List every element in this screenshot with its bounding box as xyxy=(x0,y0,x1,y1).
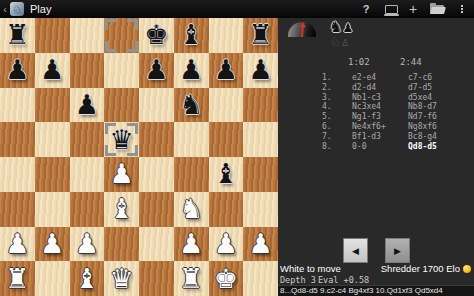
square-h5[interactable] xyxy=(243,122,278,157)
square-f7[interactable]: ♟ xyxy=(174,53,209,88)
last-move-marker xyxy=(127,19,138,30)
turn-indicator: White to move xyxy=(280,263,341,274)
last-move-marker xyxy=(105,19,116,30)
overflow-dot xyxy=(461,11,463,13)
square-a2[interactable]: ♟ xyxy=(0,227,35,262)
action-bar: ‹ ♘ Play ? + xyxy=(0,0,474,19)
black-move: Ng8xf6 xyxy=(408,122,474,132)
move-number: 4. xyxy=(322,102,352,112)
back-button[interactable]: ‹ xyxy=(1,1,9,17)
square-d8[interactable] xyxy=(104,18,139,53)
square-c6[interactable]: ♟ xyxy=(70,88,105,123)
square-b2[interactable]: ♟ xyxy=(35,227,70,262)
chess-board: ♜♚♝♜♟♟♟♟♟♟♟♞♛♟♝♝♞♟♟♟♟♟♟♜♝♛♜♚ xyxy=(0,18,278,296)
piece-white-bishop: ♝ xyxy=(110,192,134,226)
piece-white-king: ♚ xyxy=(214,262,238,296)
white-clock: 1:02 xyxy=(348,57,370,67)
engine-strength-label: Shredder 1700 Elo xyxy=(381,263,460,274)
overflow-dot xyxy=(461,5,463,7)
square-a8[interactable]: ♜ xyxy=(0,18,35,53)
piece-white-pawn: ♟ xyxy=(249,227,273,261)
gauge-needle xyxy=(301,26,304,37)
move-number: 3. xyxy=(322,93,352,103)
engine-line: 8...Qd8-d5 9.c2-c4 Bg4xf3 10.Qd1xf3 Qd5x… xyxy=(278,285,474,296)
monitor-glyph xyxy=(385,5,398,14)
move-number: 8. xyxy=(322,142,352,152)
folder-glyph xyxy=(430,5,444,14)
side-panel: ♞♟ ♘♙ 1:02 2:44 1.e2-e4c7-c62.d2-d4d7-d5… xyxy=(278,18,474,296)
help-icon[interactable]: ? xyxy=(360,0,372,18)
move-row[interactable]: 8.0-0Qd8-d5 xyxy=(278,142,474,152)
piece-white-pawn: ♟ xyxy=(75,227,99,261)
square-e7[interactable]: ♟ xyxy=(139,53,174,88)
play-screen: ‹ ♘ Play ? + ♜♚♝♜♟♟♟♟♟♟♟♞♛♟♝♝♞♟♟♟♟♟♟♜♝♛♜… xyxy=(0,0,474,296)
square-b5[interactable] xyxy=(35,122,70,157)
move-row[interactable]: 2.d2-d4d7-d5 xyxy=(278,83,474,93)
last-move-marker xyxy=(105,41,116,52)
next-move-button[interactable]: ▶ xyxy=(385,238,410,263)
square-g5[interactable] xyxy=(209,122,244,157)
piece-white-pawn: ♟ xyxy=(5,227,29,261)
square-g3[interactable] xyxy=(209,192,244,227)
square-e8[interactable]: ♚ xyxy=(139,18,174,53)
square-c5[interactable] xyxy=(70,122,105,157)
monitor-icon[interactable] xyxy=(384,0,399,18)
square-f4[interactable] xyxy=(174,157,209,192)
square-a5[interactable] xyxy=(0,122,35,157)
white-move: e2-e4 xyxy=(352,73,408,83)
square-d7[interactable] xyxy=(104,53,139,88)
square-e6[interactable] xyxy=(139,88,174,123)
piece-black-king: ♚ xyxy=(144,18,168,52)
white-move: Nc3xe4 xyxy=(352,102,408,112)
square-f1[interactable]: ♜ xyxy=(174,261,209,296)
search-depth: Depth 3 xyxy=(280,275,316,285)
piece-white-rook: ♜ xyxy=(5,262,29,296)
black-move: c7-c6 xyxy=(408,73,474,83)
square-e4[interactable] xyxy=(139,157,174,192)
square-c8[interactable] xyxy=(70,18,105,53)
square-g7[interactable]: ♟ xyxy=(209,53,244,88)
previous-move-button[interactable]: ◀ xyxy=(343,238,368,263)
square-f8[interactable]: ♝ xyxy=(174,18,209,53)
square-a1[interactable]: ♜ xyxy=(0,261,35,296)
move-row[interactable]: 5.Ng1-f3Nd7-f6 xyxy=(278,112,474,122)
square-b8[interactable] xyxy=(35,18,70,53)
square-h3[interactable] xyxy=(243,192,278,227)
square-f2[interactable]: ♟ xyxy=(174,227,209,262)
white-move: 0-0 xyxy=(352,142,408,152)
square-g4[interactable]: ♝ xyxy=(209,157,244,192)
move-row[interactable]: 3.Nb1-c3d5xe4 xyxy=(278,93,474,103)
square-h1[interactable] xyxy=(243,261,278,296)
piece-white-knight: ♞ xyxy=(179,192,203,226)
move-list: 1.e2-e4c7-c62.d2-d4d7-d53.Nb1-c3d5xe44.N… xyxy=(278,73,474,151)
elo-smiley-icon xyxy=(463,265,471,273)
piece-white-bishop: ♝ xyxy=(75,262,99,296)
move-number: 1. xyxy=(322,73,352,83)
white-move: Bf1-d3 xyxy=(352,132,408,142)
square-b6[interactable] xyxy=(35,88,70,123)
square-g1[interactable]: ♚ xyxy=(209,261,244,296)
new-game-icon[interactable]: + xyxy=(406,0,420,18)
piece-black-bishop: ♝ xyxy=(214,157,238,191)
square-e3[interactable] xyxy=(139,192,174,227)
move-row[interactable]: 4.Nc3xe4Nb8-d7 xyxy=(278,102,474,112)
square-h6[interactable] xyxy=(243,88,278,123)
piece-white-pawn: ♟ xyxy=(214,227,238,261)
square-f5[interactable] xyxy=(174,122,209,157)
strength-gauge-icon xyxy=(288,22,316,37)
overflow-menu-icon[interactable] xyxy=(457,0,467,18)
piece-black-pawn: ♟ xyxy=(40,53,64,87)
piece-black-knight: ♞ xyxy=(179,88,203,122)
black-move: Bc8-g4 xyxy=(408,132,474,142)
square-h2[interactable]: ♟ xyxy=(243,227,278,262)
square-e5[interactable] xyxy=(139,122,174,157)
white-move: d2-d4 xyxy=(352,83,408,93)
square-d4[interactable]: ♟ xyxy=(104,157,139,192)
black-clock: 2:44 xyxy=(400,57,422,67)
square-f3[interactable]: ♞ xyxy=(174,192,209,227)
captured-white-pawn: ♙ xyxy=(341,37,350,49)
square-a3[interactable] xyxy=(0,192,35,227)
square-g2[interactable]: ♟ xyxy=(209,227,244,262)
piece-white-pawn: ♟ xyxy=(40,227,64,261)
black-move: Nd7-f6 xyxy=(408,112,474,122)
square-d5[interactable]: ♛ xyxy=(104,122,139,157)
piece-black-pawn: ♟ xyxy=(5,53,29,87)
square-b3[interactable] xyxy=(35,192,70,227)
move-number: 5. xyxy=(322,112,352,122)
black-move: Nb8-d7 xyxy=(408,102,474,112)
move-row[interactable]: 7.Bf1-d3Bc8-g4 xyxy=(278,132,474,142)
black-move: d7-d5 xyxy=(408,83,474,93)
square-h8[interactable]: ♜ xyxy=(243,18,278,53)
captured-white-pieces: ♘♙ xyxy=(330,35,350,49)
folder-icon[interactable] xyxy=(429,0,445,18)
evaluation-value: Eval +0.58 xyxy=(318,275,369,285)
square-h4[interactable] xyxy=(243,157,278,192)
white-move: Nb1-c3 xyxy=(352,93,408,103)
last-move-marker xyxy=(127,41,138,52)
black-move: d5xe4 xyxy=(408,93,474,103)
overflow-dot xyxy=(461,8,463,10)
page-title: Play xyxy=(30,3,51,15)
square-c3[interactable] xyxy=(70,192,105,227)
white-move: Ne4xf6+ xyxy=(352,122,408,132)
captured-white-knight: ♘ xyxy=(330,36,341,49)
square-c4[interactable] xyxy=(70,157,105,192)
square-g6[interactable] xyxy=(209,88,244,123)
captured-black-pieces: ♞♟ xyxy=(329,18,353,36)
square-c7[interactable] xyxy=(70,53,105,88)
square-a4[interactable] xyxy=(0,157,35,192)
piece-black-bishop: ♝ xyxy=(179,18,203,52)
square-f6[interactable]: ♞ xyxy=(174,88,209,123)
square-b4[interactable] xyxy=(35,157,70,192)
piece-black-rook: ♜ xyxy=(249,18,273,52)
piece-black-pawn: ♟ xyxy=(75,88,99,122)
black-move: Qd8-d5 xyxy=(408,142,474,152)
square-h7[interactable]: ♟ xyxy=(243,53,278,88)
square-e1[interactable] xyxy=(139,261,174,296)
square-g8[interactable] xyxy=(209,18,244,53)
piece-black-pawn: ♟ xyxy=(249,53,273,87)
piece-white-pawn: ♟ xyxy=(110,157,134,191)
captured-black-pawn: ♟ xyxy=(342,20,353,36)
move-row[interactable]: 1.e2-e4c7-c6 xyxy=(278,73,474,83)
square-d3[interactable]: ♝ xyxy=(104,192,139,227)
move-number: 6. xyxy=(322,122,352,132)
piece-white-rook: ♜ xyxy=(179,262,203,296)
square-d1[interactable]: ♛ xyxy=(104,261,139,296)
square-d2[interactable] xyxy=(104,227,139,262)
square-c2[interactable]: ♟ xyxy=(70,227,105,262)
square-d6[interactable] xyxy=(104,88,139,123)
piece-white-queen: ♛ xyxy=(110,262,134,296)
move-row[interactable]: 6.Ne4xf6+Ng8xf6 xyxy=(278,122,474,132)
piece-black-queen: ♛ xyxy=(110,123,134,157)
square-a6[interactable] xyxy=(0,88,35,123)
captured-black-knight: ♞ xyxy=(329,19,342,36)
piece-black-pawn: ♟ xyxy=(214,53,238,87)
piece-black-pawn: ♟ xyxy=(179,53,203,87)
square-a7[interactable]: ♟ xyxy=(0,53,35,88)
piece-black-rook: ♜ xyxy=(5,18,29,52)
app-icon: ♘ xyxy=(10,2,24,16)
square-b7[interactable]: ♟ xyxy=(35,53,70,88)
square-e2[interactable] xyxy=(139,227,174,262)
piece-white-pawn: ♟ xyxy=(179,227,203,261)
square-b1[interactable] xyxy=(35,261,70,296)
white-move: Ng1-f3 xyxy=(352,112,408,122)
move-number: 2. xyxy=(322,83,352,93)
square-c1[interactable]: ♝ xyxy=(70,261,105,296)
move-number: 7. xyxy=(322,132,352,142)
piece-black-pawn: ♟ xyxy=(144,53,168,87)
